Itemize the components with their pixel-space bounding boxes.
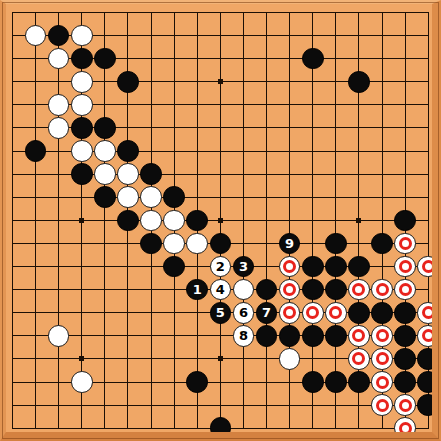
stone-white-circle-marked (417, 325, 439, 347)
stone-white-circle-marked (394, 233, 416, 255)
circle-mark (376, 329, 389, 342)
stone-black (394, 325, 416, 347)
stone-white-circle-marked (371, 348, 393, 370)
stone-black (417, 371, 439, 393)
grid-line-horizontal (12, 405, 429, 406)
stone-white (140, 210, 162, 232)
stone-black (394, 302, 416, 324)
stone-white-move-8: 8 (233, 325, 255, 347)
stone-white-circle-marked (279, 256, 301, 278)
circle-mark (376, 283, 389, 296)
stone-white-circle-marked (279, 279, 301, 301)
stone-black (163, 186, 185, 208)
stone-black (371, 233, 393, 255)
stone-white-move-6: 6 (233, 302, 255, 324)
circle-mark (399, 283, 412, 296)
stone-white-circle-marked (371, 371, 393, 393)
stone-black (94, 48, 116, 70)
circle-mark (422, 329, 435, 342)
stone-black-move-7: 7 (256, 302, 278, 324)
stone-black (325, 279, 347, 301)
stone-black (210, 417, 232, 439)
go-board: 246813579 (0, 0, 441, 441)
stone-white (163, 233, 185, 255)
stone-white (71, 371, 93, 393)
stone-white-circle-marked (348, 325, 370, 347)
circle-mark (422, 306, 435, 319)
stone-black (117, 71, 139, 93)
grid-line-vertical (335, 12, 336, 429)
stone-white-circle-marked (394, 256, 416, 278)
stone-white (117, 163, 139, 185)
move-number-label: 9 (285, 237, 294, 250)
stone-black-move-1: 1 (186, 279, 208, 301)
stone-white (48, 48, 70, 70)
stone-black (302, 325, 324, 347)
star-point (218, 356, 223, 361)
circle-mark (422, 260, 435, 273)
stone-white (71, 94, 93, 116)
stone-black (71, 163, 93, 185)
stone-white (48, 325, 70, 347)
stone-black (417, 348, 439, 370)
stone-white-circle-marked (371, 325, 393, 347)
stone-black (325, 371, 347, 393)
stone-black (71, 48, 93, 70)
stone-white-circle-marked (348, 348, 370, 370)
stone-black (348, 371, 370, 393)
circle-mark (329, 306, 342, 319)
stone-white (140, 186, 162, 208)
move-number-label: 1 (193, 283, 202, 296)
stone-black (394, 210, 416, 232)
stone-white-circle-marked (417, 256, 439, 278)
circle-mark (283, 306, 296, 319)
circle-mark (399, 422, 412, 435)
stone-white (94, 163, 116, 185)
stone-white-move-2: 2 (210, 256, 232, 278)
move-number-label: 4 (216, 283, 225, 296)
stone-black (302, 371, 324, 393)
stone-white (233, 279, 255, 301)
stone-white (71, 140, 93, 162)
stone-white-circle-marked (371, 394, 393, 416)
stone-black (394, 371, 416, 393)
star-point (79, 218, 84, 223)
circle-mark (399, 399, 412, 412)
stone-white-circle-marked (325, 302, 347, 324)
stone-black (325, 256, 347, 278)
stone-white-circle-marked (279, 302, 301, 324)
stone-black-move-5: 5 (210, 302, 232, 324)
stone-black-move-3: 3 (233, 256, 255, 278)
stone-white (25, 25, 47, 47)
stone-black (186, 371, 208, 393)
stone-white (163, 210, 185, 232)
stone-black (163, 256, 185, 278)
stone-black (210, 233, 232, 255)
circle-mark (376, 352, 389, 365)
circle-mark (352, 283, 365, 296)
stone-black (48, 25, 70, 47)
move-number-label: 5 (216, 306, 225, 319)
circle-mark (399, 260, 412, 273)
stone-white-circle-marked (302, 302, 324, 324)
stone-white (94, 140, 116, 162)
stone-black (348, 71, 370, 93)
circle-mark (376, 399, 389, 412)
stone-black (140, 233, 162, 255)
stone-black-move-9: 9 (279, 233, 301, 255)
stone-black (325, 325, 347, 347)
stone-black (302, 48, 324, 70)
star-point (79, 356, 84, 361)
star-point (356, 218, 361, 223)
circle-mark (283, 260, 296, 273)
stone-white (71, 71, 93, 93)
stone-white (48, 94, 70, 116)
move-number-label: 7 (262, 306, 271, 319)
stone-black (117, 140, 139, 162)
move-number-label: 6 (239, 306, 248, 319)
stone-white (279, 348, 301, 370)
stone-white (117, 186, 139, 208)
grid-line-vertical (266, 12, 267, 429)
grid-line-vertical (312, 12, 313, 429)
stone-white-circle-marked (371, 279, 393, 301)
circle-mark (283, 283, 296, 296)
circle-mark (352, 352, 365, 365)
stone-black (348, 302, 370, 324)
stone-black (256, 279, 278, 301)
stone-black (140, 163, 162, 185)
stone-white-move-4: 4 (210, 279, 232, 301)
stone-black (94, 117, 116, 139)
move-number-label: 3 (239, 260, 248, 273)
stone-white-circle-marked (348, 279, 370, 301)
star-point (218, 218, 223, 223)
grid-line-vertical (243, 12, 244, 429)
circle-mark (399, 237, 412, 250)
stone-black (394, 348, 416, 370)
stone-white (186, 233, 208, 255)
stone-black (417, 394, 439, 416)
star-point (218, 79, 223, 84)
stone-black (94, 186, 116, 208)
circle-mark (352, 329, 365, 342)
stone-black (348, 256, 370, 278)
stone-white-circle-marked (394, 417, 416, 439)
stone-black (371, 302, 393, 324)
stone-white (48, 117, 70, 139)
stone-black (279, 325, 301, 347)
stone-black (25, 140, 47, 162)
stone-white-circle-marked (394, 394, 416, 416)
stone-black (325, 233, 347, 255)
stone-black (117, 210, 139, 232)
move-number-label: 8 (239, 329, 248, 342)
stone-black (302, 256, 324, 278)
stone-black (71, 117, 93, 139)
circle-mark (376, 376, 389, 389)
circle-mark (306, 306, 319, 319)
stone-black (186, 210, 208, 232)
stone-white (71, 25, 93, 47)
stone-black (256, 325, 278, 347)
stone-black (302, 279, 324, 301)
move-number-label: 2 (216, 260, 225, 273)
stone-white-circle-marked (394, 279, 416, 301)
stone-white-circle-marked (417, 302, 439, 324)
